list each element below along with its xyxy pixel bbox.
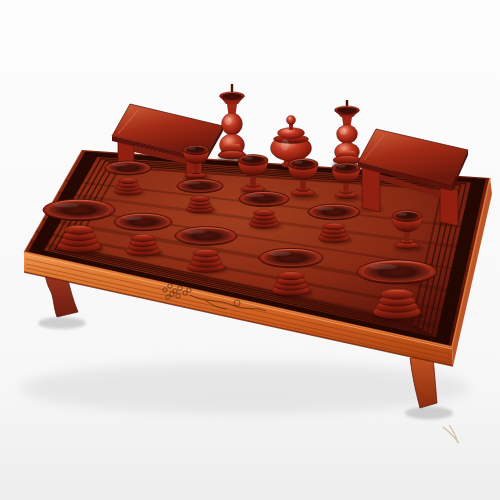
scene-svg: [0, 0, 500, 500]
product-photo-korean-ritual-table-set: [0, 0, 500, 500]
ground-shadow: [20, 362, 470, 414]
